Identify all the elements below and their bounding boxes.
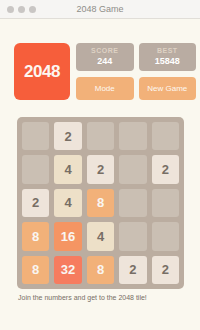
best-value: 15848 [155, 56, 180, 67]
header: 2048 SCORE 244 BEST 15848 Mode New Game [14, 43, 196, 100]
tile-2: 2 [152, 155, 179, 183]
board[interactable]: 24222488164832822 [17, 117, 184, 289]
tile-2: 2 [119, 256, 146, 284]
empty-cell [152, 122, 179, 150]
tile-4: 4 [54, 155, 81, 183]
tile-2: 2 [152, 256, 179, 284]
minimize-button[interactable] [18, 6, 25, 13]
tile-8: 8 [87, 189, 114, 217]
tile-2: 2 [87, 155, 114, 183]
tile-2: 2 [54, 122, 81, 150]
close-button[interactable] [7, 6, 14, 13]
tile-2: 2 [22, 189, 49, 217]
empty-cell [119, 122, 146, 150]
empty-cell [152, 189, 179, 217]
tile-4: 4 [54, 189, 81, 217]
instructions-text: Join the numbers and get to the 2048 til… [18, 294, 190, 301]
tile-8: 8 [87, 256, 114, 284]
tile-4: 4 [87, 222, 114, 250]
tile-32: 32 [54, 256, 81, 284]
empty-cell [152, 222, 179, 250]
window-controls [7, 0, 36, 18]
tile-16: 16 [54, 222, 81, 250]
score-row: SCORE 244 BEST 15848 [76, 43, 196, 71]
tile-8: 8 [22, 256, 49, 284]
score-value: 244 [97, 56, 112, 67]
empty-cell [119, 155, 146, 183]
zoom-button[interactable] [29, 6, 36, 13]
button-row: Mode New Game [76, 77, 196, 100]
empty-cell [119, 222, 146, 250]
score-box: SCORE 244 [76, 43, 134, 71]
tile-8: 8 [22, 222, 49, 250]
header-right: SCORE 244 BEST 15848 Mode New Game [76, 43, 196, 100]
best-label: BEST [157, 47, 178, 55]
game-logo: 2048 [14, 43, 70, 100]
score-label: SCORE [91, 47, 118, 55]
new-game-button[interactable]: New Game [139, 77, 197, 100]
mode-button[interactable]: Mode [76, 77, 134, 100]
empty-cell [87, 122, 114, 150]
window-titlebar: 2048 Game [0, 0, 200, 19]
window-title: 2048 Game [76, 4, 123, 14]
empty-cell [22, 122, 49, 150]
empty-cell [22, 155, 49, 183]
best-box: BEST 15848 [139, 43, 197, 71]
empty-cell [119, 189, 146, 217]
